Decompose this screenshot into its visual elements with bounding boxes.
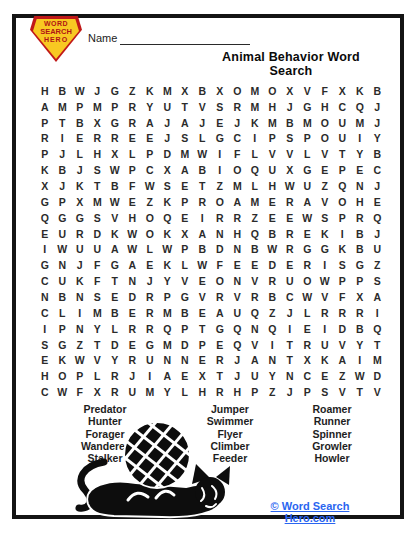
grid-cell: R <box>124 321 142 337</box>
grid-cell: J <box>54 146 72 162</box>
grid-cell: U <box>334 131 352 147</box>
grid-cell: S <box>316 210 334 226</box>
grid-cell: Q <box>229 321 247 337</box>
grid-cell: V <box>281 146 299 162</box>
grid-cell: U <box>299 178 317 194</box>
grid-cell: T <box>281 352 299 368</box>
grid-cell: T <box>176 99 194 115</box>
grid-cell: K <box>159 226 177 242</box>
grid-cell: I <box>334 226 352 242</box>
grid-cell: G <box>106 83 124 99</box>
grid-cell: C <box>281 289 299 305</box>
grid-cell: W <box>316 273 334 289</box>
grid-cell: G <box>54 337 72 353</box>
grid-cell: I <box>211 146 229 162</box>
grid-cell: L <box>246 146 264 162</box>
grid-cell: P <box>176 321 194 337</box>
grid-cell: L <box>89 368 107 384</box>
grid-cell: P <box>299 131 317 147</box>
grid-cell: L <box>194 131 212 147</box>
grid-cell: P <box>351 273 369 289</box>
grid-cell: N <box>264 352 282 368</box>
grid-cell: F <box>334 289 352 305</box>
grid-cell: D <box>264 257 282 273</box>
grid-cell: L <box>124 146 142 162</box>
grid-cell: E <box>264 194 282 210</box>
grid-cell: P <box>71 99 89 115</box>
grid-cell: R <box>316 305 334 321</box>
grid-cell: U <box>141 352 159 368</box>
grid-cell: M <box>159 305 177 321</box>
grid-cell: R <box>351 210 369 226</box>
grid-cell: N <box>71 321 89 337</box>
grid-cell: E <box>316 162 334 178</box>
grid-cell: O <box>211 194 229 210</box>
grid-cell: Z <box>71 337 89 353</box>
grid-cell: O <box>211 273 229 289</box>
grid-cell: B <box>264 226 282 242</box>
grid-cell: L <box>176 384 194 400</box>
grid-cell: B <box>194 242 212 258</box>
grid-cell: A <box>106 242 124 258</box>
grid-cell: A <box>194 226 212 242</box>
grid-cell: M <box>159 83 177 99</box>
grid-cell: P <box>299 384 317 400</box>
name-blank-line <box>120 30 250 45</box>
word-item: Spinner <box>277 428 387 440</box>
grid-cell: E <box>211 115 229 131</box>
grid-cell: P <box>159 289 177 305</box>
grid-cell: P <box>141 146 159 162</box>
grid-cell: E <box>369 194 387 210</box>
grid-cell: G <box>36 257 54 273</box>
grid-cell: I <box>36 242 54 258</box>
grid-cell: Z <box>124 83 142 99</box>
grid-cell: W <box>54 384 72 400</box>
grid-cell: A <box>229 194 247 210</box>
grid-cell: W <box>281 178 299 194</box>
grid-cell: S <box>89 162 107 178</box>
grid-cell: E <box>176 368 194 384</box>
grid-cell: B <box>369 83 387 99</box>
grid-cell: R <box>299 337 317 353</box>
grid-cell: H <box>229 384 247 400</box>
grid-cell: P <box>176 194 194 210</box>
grid-cell: R <box>229 99 247 115</box>
cat-head <box>192 464 230 507</box>
grid-cell: X <box>351 289 369 305</box>
grid-cell: P <box>54 194 72 210</box>
grid-cell: J <box>71 257 89 273</box>
grid-cell: W <box>264 242 282 258</box>
grid-cell: L <box>54 305 72 321</box>
grid-cell: R <box>124 115 142 131</box>
grid-cell: T <box>334 146 352 162</box>
grid-cell: H <box>124 210 142 226</box>
grid-cell: H <box>89 146 107 162</box>
grid-cell: V <box>176 273 194 289</box>
grid-cell: J <box>159 131 177 147</box>
worksheet-page: WORD SEARCH HERO Name Animal Behavior Wo… <box>0 0 416 539</box>
grid-cell: U <box>264 162 282 178</box>
grid-cell: T <box>194 321 212 337</box>
grid-cell: F <box>316 83 334 99</box>
grid-cell: J <box>281 384 299 400</box>
grid-cell: E <box>176 178 194 194</box>
grid-cell: T <box>54 115 72 131</box>
grid-cell: K <box>141 83 159 99</box>
grid-cell: X <box>194 368 212 384</box>
grid-cell: I <box>71 305 89 321</box>
grid-cell: M <box>369 352 387 368</box>
grid-cell: N <box>229 273 247 289</box>
grid-cell: H <box>264 178 282 194</box>
grid-cell: P <box>334 210 352 226</box>
grid-cell: Q <box>36 210 54 226</box>
grid-cell: D <box>124 289 142 305</box>
grid-cell: O <box>229 162 247 178</box>
grid-cell: I <box>54 131 72 147</box>
grid-cell: W <box>351 368 369 384</box>
grid-cell: X <box>106 146 124 162</box>
cat-yarn-illustration <box>70 416 240 520</box>
grid-cell: C <box>334 99 352 115</box>
grid-cell: U <box>89 242 107 258</box>
grid-cell: R <box>299 257 317 273</box>
grid-cell: O <box>54 368 72 384</box>
grid-cell: H <box>36 368 54 384</box>
grid-cell: K <box>316 226 334 242</box>
grid-cell: V <box>334 337 352 353</box>
grid-cell: W <box>71 352 89 368</box>
grid-cell: F <box>89 257 107 273</box>
grid-cell: R <box>106 131 124 147</box>
grid-cell: E <box>124 337 142 353</box>
grid-cell: J <box>159 115 177 131</box>
grid-cell: B <box>264 289 282 305</box>
grid-cell: G <box>351 257 369 273</box>
grid-cell: P <box>334 273 352 289</box>
grid-cell: O <box>316 131 334 147</box>
grid-cell: V <box>194 289 212 305</box>
word-item: Predator <box>50 403 160 415</box>
grid-cell: F <box>124 178 142 194</box>
grid-cell: Q <box>229 337 247 353</box>
grid-cell: C <box>141 162 159 178</box>
grid-cell: X <box>159 162 177 178</box>
grid-cell: Z <box>211 178 229 194</box>
grid-cell: M <box>264 115 282 131</box>
grid-cell: V <box>246 337 264 353</box>
grid-cell: U <box>124 384 142 400</box>
grid-cell: K <box>351 83 369 99</box>
logo-line-2: SEARCH <box>30 28 82 36</box>
grid-cell: K <box>36 162 54 178</box>
grid-cell: R <box>281 194 299 210</box>
grid-cell: T <box>106 273 124 289</box>
grid-cell: M <box>246 83 264 99</box>
grid-cell: W <box>106 162 124 178</box>
grid-cell: Q <box>159 210 177 226</box>
grid-cell: N <box>159 352 177 368</box>
word-item: Roamer <box>277 403 387 415</box>
grid-cell: C <box>299 368 317 384</box>
word-item: Runner <box>277 415 387 427</box>
grid-cell: R <box>334 305 352 321</box>
grid-cell: R <box>194 194 212 210</box>
grid-cell: P <box>54 321 72 337</box>
grid-cell: N <box>229 242 247 258</box>
grid-cell: Z <box>264 305 282 321</box>
grid-cell: Y <box>106 352 124 368</box>
grid-cell: B <box>54 83 72 99</box>
grid-cell: K <box>159 194 177 210</box>
grid-cell: U <box>159 99 177 115</box>
grid-cell: T <box>194 178 212 194</box>
grid-cell: B <box>71 115 89 131</box>
grid-cell: J <box>281 305 299 321</box>
grid-cell: G <box>211 321 229 337</box>
grid-cell: R <box>281 226 299 242</box>
grid-cell: J <box>54 178 72 194</box>
grid-cell: E <box>124 194 142 210</box>
grid-cell: R <box>281 242 299 258</box>
grid-cell: P <box>334 162 352 178</box>
grid-cell: G <box>299 99 317 115</box>
grid-cell: J <box>194 115 212 131</box>
grid-cell: R <box>36 131 54 147</box>
grid-cell: D <box>106 337 124 353</box>
grid-cell: Y <box>264 368 282 384</box>
grid-cell: N <box>71 289 89 305</box>
grid-cell: J <box>89 83 107 99</box>
grid-cell: F <box>71 384 89 400</box>
grid-cell: D <box>334 321 352 337</box>
grid-cell: G <box>141 337 159 353</box>
grid-cell: K <box>316 352 334 368</box>
grid-cell: P <box>106 99 124 115</box>
grid-cell: O <box>229 83 247 99</box>
grid-cell: R <box>264 273 282 289</box>
grid-cell: J <box>71 162 89 178</box>
grid-cell: R <box>141 321 159 337</box>
grid-cell: Z <box>141 194 159 210</box>
grid-cell: I <box>369 305 387 321</box>
grid-cell: J <box>369 99 387 115</box>
grid-cell: W <box>141 178 159 194</box>
grid-cell: E <box>124 131 142 147</box>
grid-cell: J <box>229 115 247 131</box>
grid-cell: Q <box>246 162 264 178</box>
grid-cell: E <box>194 273 212 289</box>
grid-cell: B <box>351 321 369 337</box>
grid-cell: P <box>36 146 54 162</box>
grid-cell: T <box>351 384 369 400</box>
grid-cell: H <box>229 226 247 242</box>
grid-cell: V <box>316 289 334 305</box>
grid-cell: Q <box>351 99 369 115</box>
grid-cell: U <box>369 242 387 258</box>
grid-cell: V <box>334 384 352 400</box>
grid-cell: N <box>246 321 264 337</box>
grid-cell: A <box>36 99 54 115</box>
grid-cell: J <box>229 368 247 384</box>
grid-cell: E <box>194 352 212 368</box>
grid-cell: R <box>141 305 159 321</box>
grid-cell: R <box>211 384 229 400</box>
grid-cell: C <box>36 273 54 289</box>
grid-cell: S <box>211 99 229 115</box>
grid-cell: X <box>299 352 317 368</box>
grid-cell: L <box>71 146 89 162</box>
grid-cell: U <box>316 337 334 353</box>
grid-cell: X <box>36 178 54 194</box>
grid-cell: I <box>281 321 299 337</box>
grid-cell: O <box>316 115 334 131</box>
grid-cell: W <box>54 242 72 258</box>
grid-cell: E <box>141 131 159 147</box>
grid-cell: A <box>246 352 264 368</box>
grid-cell: A <box>124 257 142 273</box>
grid-cell: L <box>106 321 124 337</box>
grid-cell: E <box>229 257 247 273</box>
grid-cell: H <box>316 99 334 115</box>
grid-cell: X <box>71 194 89 210</box>
grid-cell: W <box>194 146 212 162</box>
logo-text: WORD SEARCH HERO <box>30 20 82 44</box>
grid-cell: G <box>211 131 229 147</box>
grid-cell: B <box>176 305 194 321</box>
grid-cell: V <box>369 384 387 400</box>
grid-cell: X <box>211 83 229 99</box>
grid-cell: X <box>281 83 299 99</box>
grid-cell: A <box>211 305 229 321</box>
grid-cell: R <box>106 368 124 384</box>
grid-cell: D <box>89 226 107 242</box>
grid-cell: K <box>71 178 89 194</box>
grid-cell: R <box>211 352 229 368</box>
grid-cell: A <box>176 162 194 178</box>
grid-cell: B <box>369 146 387 162</box>
grid-cell: Y <box>351 337 369 353</box>
grid-cell: N <box>124 273 142 289</box>
grid-cell: A <box>141 115 159 131</box>
grid-cell: B <box>54 289 72 305</box>
grid-cell: U <box>54 273 72 289</box>
grid-cell: U <box>54 226 72 242</box>
grid-cell: L <box>299 146 317 162</box>
grid-cell: B <box>106 305 124 321</box>
grid-cell: J <box>281 99 299 115</box>
grid-cell: E <box>194 305 212 321</box>
grid-cell: M <box>89 99 107 115</box>
grid-cell: Y <box>159 273 177 289</box>
grid-cell: P <box>264 131 282 147</box>
grid-cell: E <box>124 305 142 321</box>
grid-cell: E <box>36 352 54 368</box>
letter-grid: HBWJGZKMXBXOMOXVFXKBAMPMPRYUTVSRMHJGHCQJ… <box>36 83 386 400</box>
grid-cell: H <box>36 83 54 99</box>
grid-cell: V <box>316 146 334 162</box>
grid-cell: I <box>211 162 229 178</box>
grid-cell: T <box>281 337 299 353</box>
grid-cell: O <box>141 210 159 226</box>
grid-cell: Z <box>316 178 334 194</box>
grid-cell: F <box>89 273 107 289</box>
grid-cell: Q <box>246 226 264 242</box>
grid-cell: M <box>351 115 369 131</box>
grid-cell: S <box>89 210 107 226</box>
grid-cell: V <box>264 146 282 162</box>
grid-cell: Q <box>246 305 264 321</box>
grid-cell: T <box>89 337 107 353</box>
grid-cell: X <box>89 384 107 400</box>
grid-cell: O <box>264 83 282 99</box>
logo-line-3: HERO <box>30 36 82 44</box>
grid-cell: E <box>299 226 317 242</box>
grid-cell: N <box>176 352 194 368</box>
grid-cell: V <box>89 352 107 368</box>
grid-cell: O <box>334 194 352 210</box>
grid-cell: U <box>281 273 299 289</box>
name-label: Name <box>88 32 117 44</box>
grid-cell: S <box>36 337 54 353</box>
grid-cell: K <box>106 226 124 242</box>
grid-cell: W <box>299 210 317 226</box>
grid-cell: I <box>264 337 282 353</box>
grid-cell: B <box>194 83 212 99</box>
grid-cell: A <box>334 352 352 368</box>
grid-cell: C <box>36 384 54 400</box>
grid-cell: Q <box>159 321 177 337</box>
grid-cell: B <box>351 226 369 242</box>
grid-cell: E <box>106 289 124 305</box>
grid-cell: R <box>124 99 142 115</box>
grid-cell: I <box>316 257 334 273</box>
grid-cell: R <box>246 289 264 305</box>
page-title: Animal Behavior Word Search <box>205 50 377 78</box>
grid-cell: Q <box>369 210 387 226</box>
grid-cell: M <box>246 194 264 210</box>
grid-cell: M <box>141 384 159 400</box>
grid-cell: A <box>176 115 194 131</box>
word-item: Jumper <box>175 403 285 415</box>
grid-cell: E <box>351 162 369 178</box>
word-item: Howler <box>277 452 387 464</box>
grid-cell: N <box>54 257 72 273</box>
grid-cell: B <box>194 162 212 178</box>
grid-cell: Z <box>369 257 387 273</box>
grid-cell: H <box>264 99 282 115</box>
grid-cell: X <box>334 83 352 99</box>
grid-cell: I <box>194 210 212 226</box>
grid-cell: A <box>299 194 317 210</box>
grid-cell: J <box>229 352 247 368</box>
grid-cell: L <box>246 178 264 194</box>
grid-cell: I <box>141 368 159 384</box>
grid-cell: P <box>176 242 194 258</box>
grid-cell: R <box>211 210 229 226</box>
footer-credit-link[interactable]: © Word Search Hero.com <box>245 500 375 524</box>
grid-cell: G <box>106 257 124 273</box>
grid-cell: R <box>351 305 369 321</box>
grid-cell: P <box>124 162 142 178</box>
word-column-3: RoamerRunnerSpinnerGrowlerHowler <box>277 403 387 464</box>
grid-cell: X <box>176 83 194 99</box>
grid-cell: X <box>89 115 107 131</box>
grid-cell: R <box>211 289 229 305</box>
word-search-hero-logo: WORD SEARCH HERO <box>30 16 82 62</box>
